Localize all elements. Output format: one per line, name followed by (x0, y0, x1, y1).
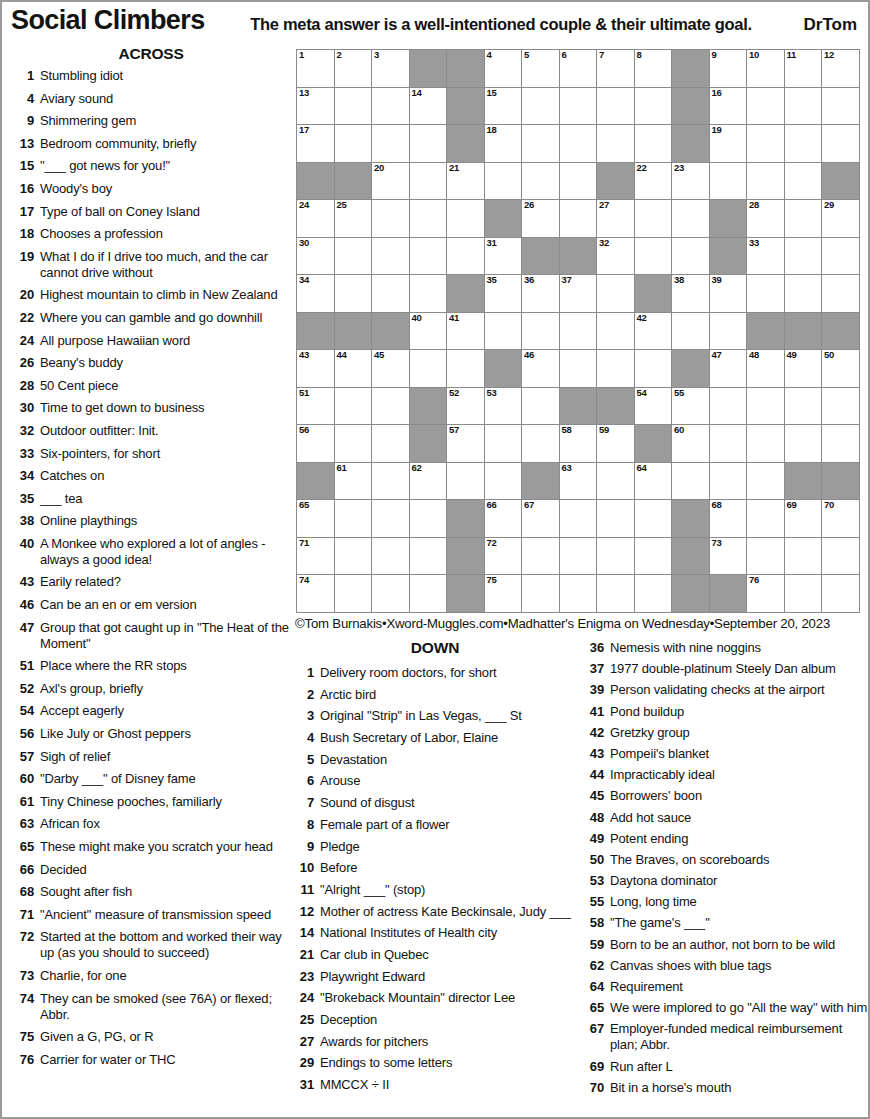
cell-r1c1[interactable]: 1 (297, 50, 334, 87)
cell-r3c3[interactable] (372, 125, 409, 162)
across-clue-40: 40A Monkee who explored a lot of angles … (10, 536, 293, 568)
cell-r6c5[interactable] (447, 238, 484, 275)
clue-text: National Institutes of Health city (320, 925, 576, 941)
cell-r15c15[interactable] (822, 575, 859, 612)
across-clue-18: 18Chooses a profession (10, 226, 293, 242)
clue-number: 75 (10, 1029, 34, 1045)
clue-text: 1977 double-platinum Steely Dan album (610, 661, 870, 677)
clue-text: Earily related? (40, 574, 293, 590)
cell-r10c3[interactable] (372, 388, 409, 425)
clue-text: Born to be an author, not born to be wil… (610, 937, 870, 953)
clue-text: Carrier for water or THC (40, 1052, 293, 1068)
cell-r15c6[interactable]: 75 (485, 575, 522, 612)
cell-r2c4[interactable]: 14 (410, 88, 447, 125)
cell-r6c6[interactable]: 31 (485, 238, 522, 275)
clue-text: These might make you scratch your head (40, 839, 293, 855)
cell-r11c7[interactable] (522, 425, 559, 462)
cell-r15c3[interactable] (372, 575, 409, 612)
cell-r1c3[interactable]: 3 (372, 50, 409, 87)
clue-text: Sigh of relief (40, 749, 293, 765)
across-clue-20: 20Highest mountain to climb in New Zeala… (10, 287, 293, 303)
cell-r10c6[interactable]: 53 (485, 388, 522, 425)
cell-r8c6[interactable] (485, 313, 522, 350)
cell-r7c9[interactable] (597, 275, 634, 312)
cell-r15c8[interactable] (560, 575, 597, 612)
cell-number: 54 (637, 388, 647, 399)
cell-r5c4[interactable] (410, 200, 447, 237)
cell-r2c7[interactable] (522, 88, 559, 125)
cell-r8c9[interactable] (597, 313, 634, 350)
cell-r10c10[interactable]: 54 (635, 388, 672, 425)
author-byline: DrTom (803, 15, 857, 35)
cell-r6c4[interactable] (410, 238, 447, 275)
cell-number: 16 (712, 88, 722, 99)
cell-r9c9[interactable] (597, 350, 634, 387)
cell-r3c6[interactable]: 18 (485, 125, 522, 162)
cell-r6c3[interactable] (372, 238, 409, 275)
cell-r2c13[interactable] (747, 88, 784, 125)
cell-number: 27 (599, 200, 609, 211)
clue-text: Awards for pitchers (320, 1034, 576, 1050)
block-cell-r15c5 (447, 575, 484, 612)
cell-number: 57 (449, 425, 459, 436)
cell-r3c12[interactable]: 19 (710, 125, 747, 162)
clue-number: 41 (582, 704, 604, 720)
cell-r11c13[interactable] (747, 425, 784, 462)
clue-text: Highest mountain to climb in New Zealand (40, 287, 293, 303)
across-clue-75: 75Given a G, PG, or R (10, 1029, 293, 1045)
cell-number: 42 (637, 313, 647, 324)
cell-number: 50 (824, 350, 834, 361)
cell-r3c4[interactable] (410, 125, 447, 162)
cell-r7c12[interactable]: 39 (710, 275, 747, 312)
cell-r2c10[interactable] (635, 88, 672, 125)
cell-r15c13[interactable]: 76 (747, 575, 784, 612)
clue-text: Aviary sound (40, 91, 293, 107)
cell-r11c5[interactable]: 57 (447, 425, 484, 462)
down-clue-8: 8Female part of a flower (292, 817, 576, 833)
cell-r13c6[interactable]: 66 (485, 500, 522, 537)
cell-r2c1[interactable]: 13 (297, 88, 334, 125)
cell-r6c13[interactable]: 33 (747, 238, 784, 275)
cell-r9c12[interactable]: 47 (710, 350, 747, 387)
clue-text: Beany's buddy (40, 355, 293, 371)
block-cell-r13c11 (672, 500, 709, 537)
cell-r13c14[interactable]: 69 (785, 500, 822, 537)
cell-number: 67 (524, 500, 534, 511)
block-cell-r3c5 (447, 125, 484, 162)
cell-r5c9[interactable]: 27 (597, 200, 634, 237)
across-clue-9: 9Shimmering gem (10, 113, 293, 129)
page-title: Social Climbers (11, 5, 205, 36)
cell-r11c14[interactable] (785, 425, 822, 462)
clue-number: 8 (292, 817, 314, 833)
cell-r6c15[interactable] (822, 238, 859, 275)
cell-r8c10[interactable]: 42 (635, 313, 672, 350)
cell-r15c4[interactable] (410, 575, 447, 612)
cell-r13c4[interactable] (410, 500, 447, 537)
cell-r13c9[interactable] (597, 500, 634, 537)
cell-r11c12[interactable] (710, 425, 747, 462)
cell-number: 28 (749, 200, 759, 211)
cell-r5c2[interactable]: 25 (335, 200, 372, 237)
cell-r9c1[interactable]: 43 (297, 350, 334, 387)
clue-number: 1 (10, 68, 34, 84)
cell-r3c15[interactable] (822, 125, 859, 162)
cell-r13c8[interactable] (560, 500, 597, 537)
cell-r12c9[interactable] (597, 463, 634, 500)
cell-number: 30 (299, 238, 309, 249)
cell-r4c11[interactable]: 23 (672, 163, 709, 200)
cell-r12c11[interactable] (672, 463, 709, 500)
cell-r3c8[interactable] (560, 125, 597, 162)
across-clue-15: 15"___ got news for you!" (10, 158, 293, 174)
cell-r4c6[interactable] (485, 163, 522, 200)
cell-r5c10[interactable] (635, 200, 672, 237)
clue-number: 49 (582, 831, 604, 847)
down-clue-53: 53Daytona dominator (582, 873, 870, 889)
down-clue-4: 4Bush Secretary of Labor, Elaine (292, 730, 576, 746)
clue-text: Female part of a flower (320, 817, 576, 833)
cell-r9c14[interactable]: 49 (785, 350, 822, 387)
clue-text: Gretzky group (610, 725, 870, 741)
cell-r11c6[interactable] (485, 425, 522, 462)
cell-number: 72 (487, 538, 497, 549)
clue-number: 35 (10, 491, 34, 507)
clue-number: 52 (10, 681, 34, 697)
cell-r12c12[interactable] (710, 463, 747, 500)
cell-r5c3[interactable] (372, 200, 409, 237)
cell-r7c6[interactable]: 35 (485, 275, 522, 312)
cell-r6c14[interactable] (785, 238, 822, 275)
cell-r9c15[interactable]: 50 (822, 350, 859, 387)
cell-r11c1[interactable]: 56 (297, 425, 334, 462)
cell-r13c13[interactable] (747, 500, 784, 537)
cell-r14c7[interactable] (522, 538, 559, 575)
block-cell-r8c2 (335, 313, 372, 350)
clue-number: 23 (292, 969, 314, 985)
down-clue-9: 9Pledge (292, 839, 576, 855)
cell-r13c10[interactable] (635, 500, 672, 537)
cell-r4c3[interactable]: 20 (372, 163, 409, 200)
cell-r15c7[interactable] (522, 575, 559, 612)
cell-r15c1[interactable]: 74 (297, 575, 334, 612)
cell-r7c15[interactable] (822, 275, 859, 312)
across-clue-76: 76Carrier for water or THC (10, 1052, 293, 1068)
clue-number: 12 (292, 904, 314, 920)
cell-r9c2[interactable]: 44 (335, 350, 372, 387)
cell-r2c12[interactable]: 16 (710, 88, 747, 125)
clue-text: "Ancient" measure of transmission speed (40, 907, 293, 923)
cell-r9c10[interactable] (635, 350, 672, 387)
cell-r4c7[interactable] (522, 163, 559, 200)
clue-number: 17 (10, 204, 34, 220)
down-clue-10: 10Before (292, 860, 576, 876)
cell-r12c4[interactable]: 62 (410, 463, 447, 500)
cell-r12c3[interactable] (372, 463, 409, 500)
cell-r7c7[interactable]: 36 (522, 275, 559, 312)
cell-number: 7 (599, 50, 604, 61)
block-cell-r8c13 (747, 313, 784, 350)
block-cell-r9c11 (672, 350, 709, 387)
clue-number: 60 (10, 771, 34, 787)
clue-number: 76 (10, 1052, 34, 1068)
clue-number: 40 (10, 536, 34, 568)
cell-r11c2[interactable] (335, 425, 372, 462)
cell-r12c6[interactable] (485, 463, 522, 500)
clue-number: 64 (582, 979, 604, 995)
cell-number: 10 (749, 50, 759, 61)
across-clue-28: 2850 Cent piece (10, 378, 293, 394)
cell-number: 49 (787, 350, 797, 361)
cell-r11c8[interactable]: 58 (560, 425, 597, 462)
cell-r8c8[interactable] (560, 313, 597, 350)
cell-r1c13[interactable]: 10 (747, 50, 784, 87)
cell-number: 21 (449, 163, 459, 174)
across-clue-68: 68Sought after fish (10, 884, 293, 900)
cell-r12c5[interactable] (447, 463, 484, 500)
cell-r14c12[interactable]: 73 (710, 538, 747, 575)
down-clue-5: 5Devastation (292, 752, 576, 768)
across-clue-61: 61Tiny Chinese pooches, familiarly (10, 794, 293, 810)
cell-r1c7[interactable]: 5 (522, 50, 559, 87)
cell-r2c8[interactable] (560, 88, 597, 125)
cell-r10c7[interactable] (522, 388, 559, 425)
cell-r15c2[interactable] (335, 575, 372, 612)
clue-text: ___ tea (40, 491, 293, 507)
cell-r15c10[interactable] (635, 575, 672, 612)
cell-r5c5[interactable] (447, 200, 484, 237)
cell-r1c2[interactable]: 2 (335, 50, 372, 87)
cell-r2c9[interactable] (597, 88, 634, 125)
clue-text: A Monkee who explored a lot of angles - … (40, 536, 293, 568)
cell-r15c9[interactable] (597, 575, 634, 612)
cell-r12c13[interactable] (747, 463, 784, 500)
block-cell-r2c11 (672, 88, 709, 125)
cell-r8c11[interactable] (672, 313, 709, 350)
cell-r14c13[interactable] (747, 538, 784, 575)
cell-r10c13[interactable] (747, 388, 784, 425)
cell-r3c13[interactable] (747, 125, 784, 162)
clue-text: Axl's group, briefly (40, 681, 293, 697)
cell-r10c1[interactable]: 51 (297, 388, 334, 425)
clue-text: Where you can gamble and go downhill (40, 310, 293, 326)
cell-r4c8[interactable] (560, 163, 597, 200)
cell-r9c4[interactable] (410, 350, 447, 387)
cell-r6c10[interactable] (635, 238, 672, 275)
clue-text: Online playthings (40, 513, 293, 529)
clue-number: 47 (10, 620, 34, 652)
cell-r3c9[interactable] (597, 125, 634, 162)
cell-r4c13[interactable] (747, 163, 784, 200)
across-clue-51: 51Place where the RR stops (10, 658, 293, 674)
down-clue-65: 65We were implored to go "All the way" w… (582, 1000, 870, 1016)
cell-r3c14[interactable] (785, 125, 822, 162)
cell-number: 65 (299, 500, 309, 511)
cell-r8c4[interactable]: 40 (410, 313, 447, 350)
block-cell-r4c9 (597, 163, 634, 200)
clue-number: 54 (10, 703, 34, 719)
cell-r1c14[interactable]: 11 (785, 50, 822, 87)
cell-r1c10[interactable]: 8 (635, 50, 672, 87)
cell-r5c13[interactable]: 28 (747, 200, 784, 237)
cell-r7c4[interactable] (410, 275, 447, 312)
cell-r9c7[interactable]: 46 (522, 350, 559, 387)
cell-r15c14[interactable] (785, 575, 822, 612)
cell-r10c14[interactable] (785, 388, 822, 425)
cell-r7c11[interactable]: 38 (672, 275, 709, 312)
cell-r14c15[interactable] (822, 538, 859, 575)
cell-r7c3[interactable] (372, 275, 409, 312)
cell-number: 74 (299, 575, 309, 586)
block-cell-r14c5 (447, 538, 484, 575)
clue-text: Like July or Ghost peppers (40, 726, 293, 742)
cell-r4c12[interactable] (710, 163, 747, 200)
cell-r8c12[interactable] (710, 313, 747, 350)
cell-r7c2[interactable] (335, 275, 372, 312)
clue-number: 58 (582, 915, 604, 931)
clue-text: Potent ending (610, 831, 870, 847)
cell-r4c5[interactable]: 21 (447, 163, 484, 200)
cell-r7c1[interactable]: 34 (297, 275, 334, 312)
cell-r7c8[interactable]: 37 (560, 275, 597, 312)
cell-r14c8[interactable] (560, 538, 597, 575)
cell-r13c3[interactable] (372, 500, 409, 537)
cell-number: 37 (562, 275, 572, 286)
cell-r14c10[interactable] (635, 538, 672, 575)
cell-r3c7[interactable] (522, 125, 559, 162)
cell-r2c6[interactable]: 15 (485, 88, 522, 125)
cell-r3c1[interactable]: 17 (297, 125, 334, 162)
cell-r2c3[interactable] (372, 88, 409, 125)
down-clue-39: 39Person validating checks at the airpor… (582, 682, 870, 698)
cell-r2c15[interactable] (822, 88, 859, 125)
cell-number: 13 (299, 88, 309, 99)
cell-r7c14[interactable] (785, 275, 822, 312)
cell-r10c15[interactable] (822, 388, 859, 425)
cell-r12c2[interactable]: 61 (335, 463, 372, 500)
cell-r9c3[interactable]: 45 (372, 350, 409, 387)
across-clue-74: 74They can be smoked (see 76A) or flexed… (10, 991, 293, 1023)
cell-r3c2[interactable] (335, 125, 372, 162)
cell-r1c6[interactable]: 4 (485, 50, 522, 87)
cell-r13c15[interactable]: 70 (822, 500, 859, 537)
clue-number: 14 (292, 925, 314, 941)
cell-r2c2[interactable] (335, 88, 372, 125)
cell-r6c9[interactable]: 32 (597, 238, 634, 275)
clue-text: Arouse (320, 773, 576, 789)
cell-r14c9[interactable] (597, 538, 634, 575)
clue-number: 27 (292, 1034, 314, 1050)
clue-number: 26 (10, 355, 34, 371)
cell-r14c4[interactable] (410, 538, 447, 575)
cell-r1c9[interactable]: 7 (597, 50, 634, 87)
cell-r5c8[interactable] (560, 200, 597, 237)
cell-r4c14[interactable] (785, 163, 822, 200)
cell-r6c11[interactable] (672, 238, 709, 275)
cell-r10c2[interactable] (335, 388, 372, 425)
cell-r1c12[interactable]: 9 (710, 50, 747, 87)
clue-text: Devastation (320, 752, 576, 768)
cell-r2c14[interactable] (785, 88, 822, 125)
crossword-grid[interactable]: 1234567891011121314151617181920212223242… (296, 49, 860, 613)
cell-r11c15[interactable] (822, 425, 859, 462)
clue-text: Chooses a profession (40, 226, 293, 242)
cell-r1c8[interactable]: 6 (560, 50, 597, 87)
cell-r13c2[interactable] (335, 500, 372, 537)
down-clue-50: 50The Braves, on scoreboards (582, 852, 870, 868)
clue-text: What I do if I drive too much, and the c… (40, 249, 293, 281)
cell-r9c5[interactable] (447, 350, 484, 387)
block-cell-r15c12 (710, 575, 747, 612)
cell-number: 63 (562, 463, 572, 474)
cell-r12c10[interactable]: 64 (635, 463, 672, 500)
cell-r13c1[interactable]: 65 (297, 500, 334, 537)
cell-r6c1[interactable]: 30 (297, 238, 334, 275)
down-clue-64: 64Requirement (582, 979, 870, 995)
cell-r5c15[interactable]: 29 (822, 200, 859, 237)
cell-r11c11[interactable]: 60 (672, 425, 709, 462)
cell-r9c13[interactable]: 48 (747, 350, 784, 387)
down-clue-45: 45Borrowers' boon (582, 788, 870, 804)
cell-r4c10[interactable]: 22 (635, 163, 672, 200)
cell-number: 14 (412, 88, 422, 99)
copyright-line: ©Tom Burnakis•Xword-Muggles.com•Madhatte… (295, 616, 869, 631)
clue-number: 38 (10, 513, 34, 529)
cell-r5c7[interactable]: 26 (522, 200, 559, 237)
cell-r5c1[interactable]: 24 (297, 200, 334, 237)
clue-number: 61 (10, 794, 34, 810)
cell-r3c10[interactable] (635, 125, 672, 162)
cell-r5c14[interactable] (785, 200, 822, 237)
cell-r1c15[interactable]: 12 (822, 50, 859, 87)
cell-r5c11[interactable] (672, 200, 709, 237)
cell-r8c5[interactable]: 41 (447, 313, 484, 350)
cell-r11c3[interactable] (372, 425, 409, 462)
cell-r13c7[interactable]: 67 (522, 500, 559, 537)
cell-r14c3[interactable] (372, 538, 409, 575)
cell-r14c2[interactable] (335, 538, 372, 575)
down-clue-59: 59Born to be an author, not born to be w… (582, 937, 870, 953)
cell-r6c2[interactable] (335, 238, 372, 275)
cell-r13c12[interactable]: 68 (710, 500, 747, 537)
cell-r14c6[interactable]: 72 (485, 538, 522, 575)
cell-r10c11[interactable]: 55 (672, 388, 709, 425)
clue-text: Decided (40, 862, 293, 878)
clue-number: 6 (292, 773, 314, 789)
cell-r14c1[interactable]: 71 (297, 538, 334, 575)
down-clue-12: 12Mother of actress Kate Beckinsale, Jud… (292, 904, 576, 920)
cell-r7c13[interactable] (747, 275, 784, 312)
cell-r10c12[interactable] (710, 388, 747, 425)
clue-text: Sound of disgust (320, 795, 576, 811)
clue-number: 4 (292, 730, 314, 746)
across-clue-22: 22Where you can gamble and go downhill (10, 310, 293, 326)
down-header: DOWN (294, 639, 576, 657)
cell-r10c5[interactable]: 52 (447, 388, 484, 425)
cell-r11c9[interactable]: 59 (597, 425, 634, 462)
cell-r14c14[interactable] (785, 538, 822, 575)
cell-number: 9 (712, 50, 717, 61)
cell-r12c8[interactable]: 63 (560, 463, 597, 500)
down-clue-list-right: 36Nemesis with nine noggins371977 double… (582, 640, 870, 1101)
clue-text: Delivery room doctors, for short (320, 665, 576, 681)
cell-r9c8[interactable] (560, 350, 597, 387)
clue-number: 21 (292, 947, 314, 963)
cell-r8c7[interactable] (522, 313, 559, 350)
cell-r4c4[interactable] (410, 163, 447, 200)
clue-text: Woody's boy (40, 181, 293, 197)
